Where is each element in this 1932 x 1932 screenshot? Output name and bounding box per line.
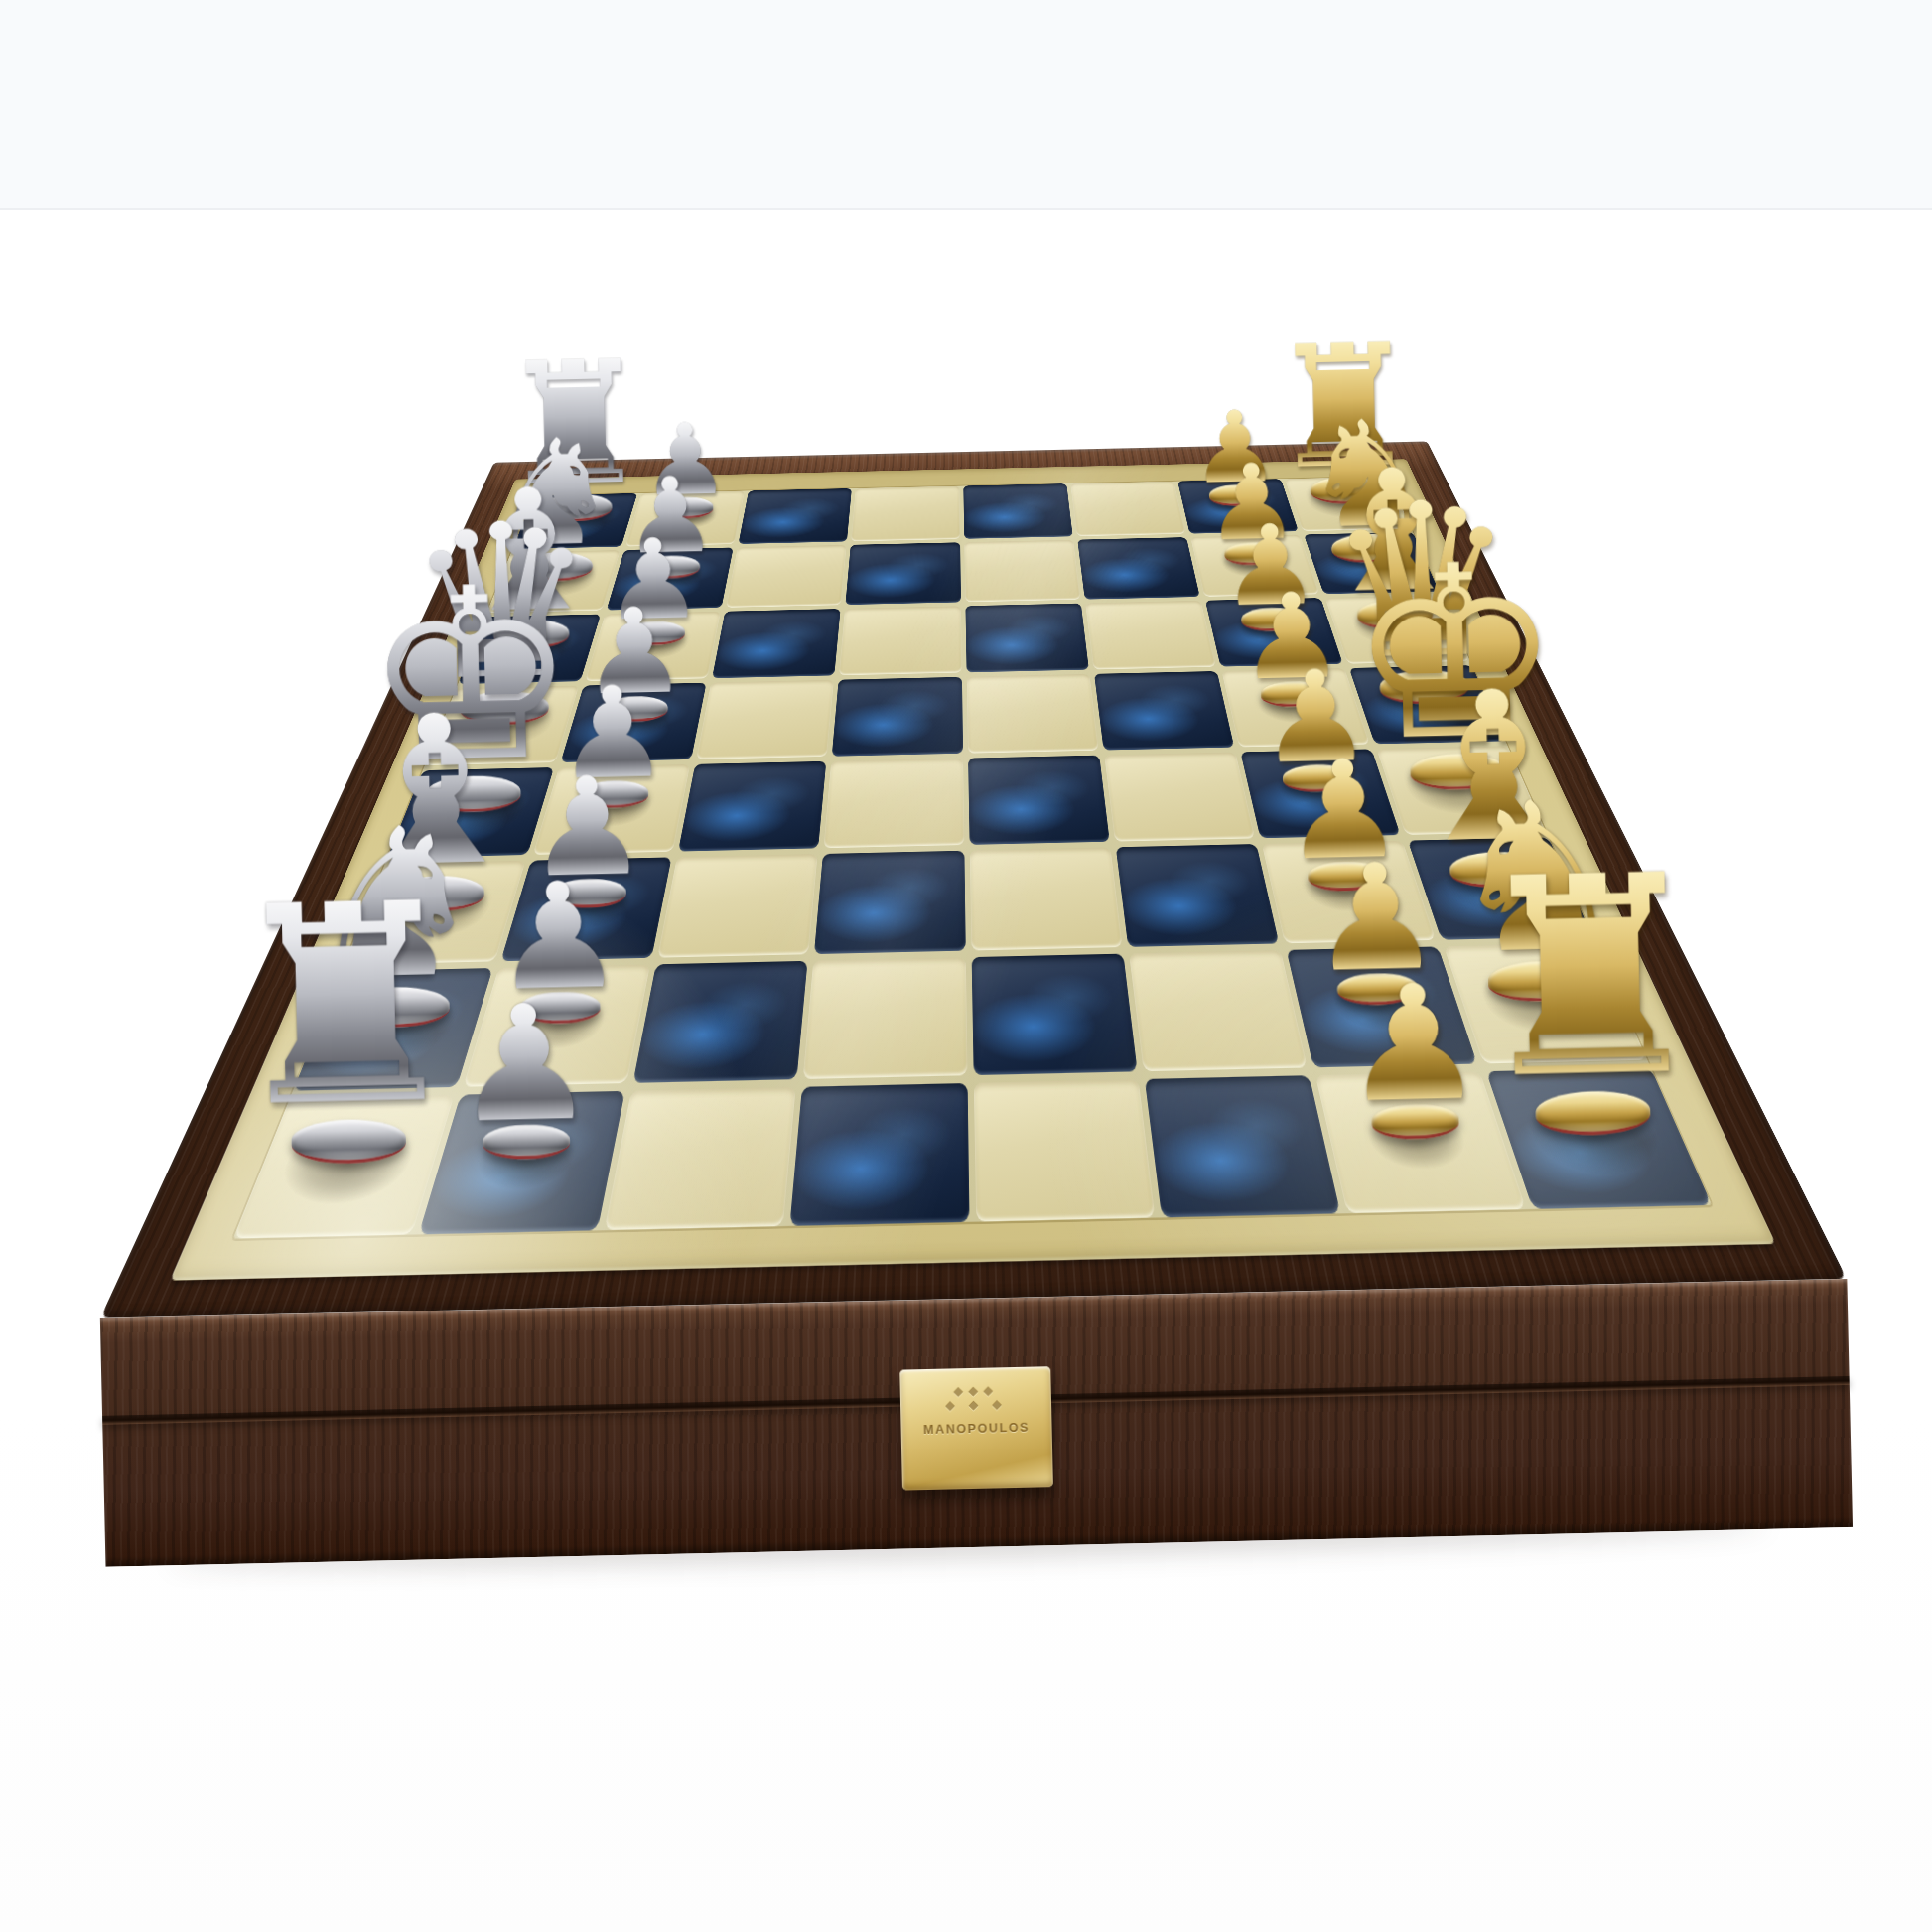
pawn-glyph: ♟: [1309, 849, 1443, 987]
square-light: [1376, 746, 1546, 835]
chess-piece-black-king[interactable]: ♚: [1322, 541, 1587, 791]
square-light: [824, 758, 964, 848]
knight-glyph: ♞: [1301, 407, 1435, 544]
piece-shadow: [621, 557, 720, 598]
pawn-glyph: ♟: [640, 413, 731, 505]
piece-base: [1260, 680, 1325, 707]
enamel-reflection: [170, 459, 1777, 1281]
rook-glyph: ♜: [220, 879, 472, 1136]
piece-base: [604, 695, 669, 722]
square-light: [973, 1079, 1155, 1222]
square-light: [605, 1086, 796, 1230]
square-light: [1070, 482, 1185, 537]
knight-glyph: ♞: [486, 425, 621, 562]
knight-glyph: ♞: [301, 808, 489, 1001]
piece-base: [624, 621, 686, 646]
pawn-glyph: ♟: [555, 673, 670, 791]
square-dark: [739, 488, 853, 544]
piece-shadow: [1327, 600, 1466, 656]
square-dark: [963, 483, 1073, 539]
square-light: [486, 550, 620, 613]
piece-shadow: [1485, 1074, 1710, 1195]
piece-base: [1241, 607, 1303, 632]
piece-base: [344, 986, 450, 1029]
piece-base: [1282, 764, 1351, 793]
square-dark: [419, 1090, 625, 1234]
piece-base: [1449, 851, 1543, 889]
square-light: [966, 674, 1098, 753]
chess-piece-black-pawn[interactable]: ♟: [1202, 745, 1484, 895]
square-dark: [293, 968, 492, 1090]
piece-shadow: [234, 1102, 455, 1225]
chess-piece-black-pawn[interactable]: ♟: [1156, 512, 1386, 634]
pawn-glyph: ♟: [1189, 401, 1280, 493]
square-dark: [1094, 671, 1234, 750]
chess-piece-white-pawn[interactable]: ♟: [447, 761, 729, 911]
square-dark: [1177, 479, 1299, 534]
square-dark: [846, 542, 961, 604]
rook-glyph: ♜: [497, 345, 652, 503]
piece-shadow: [1337, 1092, 1498, 1184]
piece-base: [541, 493, 613, 522]
square-dark: [790, 1083, 969, 1226]
square-light: [585, 612, 721, 682]
piece-base: [659, 496, 714, 519]
square-light: [1104, 752, 1255, 841]
piece-base: [1336, 972, 1418, 1006]
piece-shadow: [1444, 949, 1646, 1051]
piece-base: [1311, 476, 1382, 504]
chess-piece-white-bishop[interactable]: ♝: [294, 694, 578, 914]
piece-base: [1379, 669, 1468, 705]
square-dark: [1144, 1075, 1340, 1218]
square-dark: [500, 857, 671, 961]
bishop-glyph: ♝: [342, 695, 530, 888]
product-photo: ♜♟♟♜♞♟♟♞♝♟♟♝♛♟♟♛♚♟♟♚♝♟♟♝♞♟♟♞♜♟♟♜ ◆◆◆ ◆ ◆…: [0, 0, 1932, 1932]
chess-piece-black-pawn[interactable]: ♟: [1144, 453, 1361, 568]
piece-shadow: [421, 688, 583, 759]
square-dark: [965, 603, 1089, 672]
king-glyph: ♚: [361, 564, 580, 787]
brass-plate: [170, 459, 1775, 1280]
piece-shadow: [1284, 479, 1412, 526]
piece-shadow: [1411, 844, 1587, 928]
square-light: [425, 686, 579, 765]
square-light: [533, 764, 691, 855]
chess-piece-white-queen[interactable]: ♛: [378, 502, 625, 728]
square-light: [233, 1094, 455, 1238]
knight-glyph: ♞: [1445, 782, 1633, 975]
square-dark: [1240, 749, 1400, 838]
square-light: [969, 847, 1122, 950]
piece-shadow: [1204, 544, 1304, 585]
chess-piece-white-rook[interactable]: ♜: [179, 878, 513, 1168]
pawn-glyph: ♟: [452, 990, 598, 1140]
piece-base: [1208, 484, 1263, 507]
chess-piece-black-bishop[interactable]: ♝: [1278, 452, 1509, 631]
chess-piece-white-pawn[interactable]: ♟: [406, 865, 711, 1027]
square-dark: [1077, 537, 1200, 599]
chess-piece-white-rook[interactable]: ♜: [472, 345, 678, 523]
pawn-glyph: ♟: [581, 596, 689, 707]
piece-shadow: [512, 495, 638, 543]
square-light: [1444, 943, 1647, 1063]
chess-piece-black-rook[interactable]: ♜: [1241, 327, 1448, 505]
square-light: [851, 486, 960, 542]
square-light: [696, 680, 834, 759]
chess-piece-black-pawn[interactable]: ♟: [1223, 847, 1528, 1009]
pawn-glyph: ♟: [1219, 513, 1320, 618]
chess-piece-white-pawn[interactable]: ♟: [583, 412, 788, 521]
square-dark: [607, 548, 734, 611]
square-dark: [633, 961, 808, 1082]
pawn-glyph: ♟: [1258, 657, 1373, 775]
square-dark: [832, 677, 963, 756]
piece-shadow: [462, 619, 599, 676]
square-light: [964, 540, 1080, 602]
chess-piece-white-knight[interactable]: ♞: [445, 424, 663, 584]
manopoulos-logo-icon: ◆◆◆ ◆ ◆ ◆: [900, 1382, 1052, 1413]
piece-base: [520, 991, 602, 1025]
chess-piece-black-pawn[interactable]: ♟: [1184, 656, 1447, 795]
piece-base: [1410, 752, 1506, 789]
piece-shadow: [1303, 535, 1439, 588]
square-light: [726, 545, 847, 608]
piece-shadow: [294, 974, 493, 1078]
chess-piece-white-pawn[interactable]: ♟: [359, 987, 691, 1163]
king-glyph: ♚: [1346, 542, 1565, 765]
chess-piece-white-pawn[interactable]: ♟: [562, 466, 779, 581]
square-light: [344, 861, 525, 965]
piece-shadow: [602, 621, 707, 667]
square-light: [1085, 601, 1216, 670]
square-dark: [1349, 665, 1506, 744]
chess-piece-white-king[interactable]: ♚: [339, 564, 604, 814]
square-dark: [387, 767, 554, 858]
checkerboard: [233, 477, 1712, 1239]
pawn-glyph: ♟: [622, 468, 718, 566]
piece-base: [552, 878, 627, 908]
square-light: [625, 490, 745, 546]
chess-piece-white-knight[interactable]: ♞: [242, 806, 549, 1031]
square-light: [657, 854, 818, 958]
square-dark: [561, 683, 707, 762]
chess-piece-black-pawn[interactable]: ♟: [1133, 399, 1338, 508]
piece-base: [1331, 533, 1407, 564]
chess-piece-black-pawn[interactable]: ♟: [1248, 967, 1580, 1143]
square-light: [1285, 477, 1412, 531]
rook-glyph: ♜: [1464, 850, 1716, 1107]
chess-piece-black-queen[interactable]: ♛: [1299, 482, 1546, 707]
square-light: [1221, 668, 1369, 747]
square-dark: [1115, 844, 1279, 947]
queen-glyph: ♛: [1324, 483, 1519, 682]
piece-shadow: [522, 873, 654, 941]
piece-shadow: [486, 553, 621, 607]
chess-piece-black-knight[interactable]: ♞: [1259, 406, 1477, 566]
piece-base: [517, 552, 593, 583]
square-light: [463, 965, 650, 1087]
piece-shadow: [639, 499, 732, 536]
square-dark: [512, 493, 637, 549]
piece-shadow: [383, 769, 559, 851]
square-dark: [678, 760, 826, 851]
piece-shadow: [1372, 748, 1550, 828]
bishop-glyph: ♝: [453, 473, 607, 630]
square-light: [839, 606, 961, 675]
square-dark: [1286, 947, 1476, 1067]
piece-shadow: [1190, 486, 1284, 522]
pawn-glyph: ♟: [1203, 454, 1299, 552]
piece-shadow: [1307, 965, 1452, 1043]
piece-shadow: [349, 868, 523, 953]
chess-piece-black-bishop[interactable]: ♝: [1352, 670, 1636, 891]
square-dark: [814, 851, 965, 955]
pawn-glyph: ♟: [1340, 969, 1486, 1119]
pieces-layer: ♜♟♟♜♞♟♟♞♝♟♟♝♛♟♟♛♚♟♟♚♝♟♟♝♞♟♟♞♜♟♟♜: [100, 441, 1848, 1317]
piece-base: [642, 555, 700, 579]
chess-piece-white-bishop[interactable]: ♝: [414, 472, 645, 651]
piece-base: [291, 1119, 407, 1166]
piece-base: [1308, 861, 1383, 892]
piece-base: [1356, 599, 1433, 629]
piece-base: [483, 1124, 571, 1161]
pawn-glyph: ♟: [603, 527, 704, 631]
bishop-glyph: ♝: [1400, 671, 1588, 864]
piece-shadow: [1220, 608, 1326, 653]
box-front: ◆◆◆ ◆ ◆ ◆ MANOPOULOS: [100, 1279, 1853, 1567]
chess-box: ♜♟♟♜♞♟♟♞♝♟♟♝♛♟♟♛♚♟♟♚♝♟♟♝♞♟♟♞♜♟♟♜ ◆◆◆ ◆ ◆…: [100, 441, 1848, 1317]
piece-base: [493, 619, 570, 649]
piece-base: [391, 875, 484, 912]
chess-piece-white-pawn[interactable]: ♟: [482, 672, 744, 811]
piece-base: [579, 780, 648, 809]
square-dark: [968, 755, 1110, 845]
pawn-glyph: ♟: [1237, 581, 1345, 692]
square-dark: [712, 609, 841, 678]
piece-shadow: [1344, 667, 1508, 738]
chess-piece-white-pawn[interactable]: ♟: [539, 526, 769, 648]
piece-base: [426, 774, 522, 812]
piece-base: [1535, 1090, 1651, 1137]
square-dark: [458, 614, 601, 684]
square-light: [1129, 950, 1308, 1071]
piece-shadow: [579, 695, 691, 747]
square-dark: [971, 954, 1137, 1075]
piece-shadow: [1237, 680, 1351, 732]
square-light: [1325, 595, 1470, 664]
square-light: [1262, 841, 1437, 944]
square-light: [803, 957, 967, 1078]
scene: ♜♟♟♜♞♟♟♞♝♟♟♝♛♟♟♛♚♟♟♚♝♟♟♝♞♟♟♞♜♟♟♜ ◆◆◆ ◆ ◆…: [0, 0, 1932, 1932]
piece-shadow: [1257, 761, 1380, 820]
piece-shadow: [552, 777, 673, 837]
chess-piece-black-pawn[interactable]: ♟: [1170, 580, 1415, 710]
pawn-glyph: ♟: [1281, 746, 1405, 873]
piece-base: [1487, 960, 1593, 1003]
camera-tilt: ♜♟♟♜♞♟♟♞♝♟♟♝♛♟♟♛♚♟♟♚♝♟♟♝♞♟♟♞♜♟♟♜ ◆◆◆ ◆ ◆…: [0, 0, 1932, 1932]
chess-piece-black-knight[interactable]: ♞: [1385, 780, 1692, 1005]
square-light: [1314, 1071, 1526, 1213]
chess-piece-white-pawn[interactable]: ♟: [512, 595, 758, 725]
piece-base: [1371, 1104, 1459, 1141]
square-dark: [1304, 532, 1439, 594]
brass-clasp[interactable]: ◆◆◆ ◆ ◆ ◆ MANOPOULOS: [899, 1366, 1053, 1490]
piece-base: [1224, 542, 1282, 566]
square-dark: [1205, 598, 1343, 667]
bishop-glyph: ♝: [1316, 453, 1470, 611]
square-light: [1190, 535, 1319, 597]
wood-rim: [100, 441, 1848, 1317]
piece-shadow: [445, 1112, 604, 1205]
piece-base: [460, 690, 549, 726]
pawn-glyph: ♟: [491, 867, 625, 1005]
brand-label: MANOPOULOS: [900, 1420, 1051, 1437]
piece-shadow: [1280, 856, 1414, 923]
queen-glyph: ♛: [405, 503, 600, 703]
piece-shadow: [486, 983, 630, 1062]
square-dark: [1408, 837, 1592, 940]
rook-glyph: ♜: [1267, 328, 1422, 486]
pawn-glyph: ♟: [525, 763, 649, 891]
chess-piece-black-rook[interactable]: ♜: [1423, 849, 1757, 1139]
square-dark: [1486, 1067, 1713, 1209]
